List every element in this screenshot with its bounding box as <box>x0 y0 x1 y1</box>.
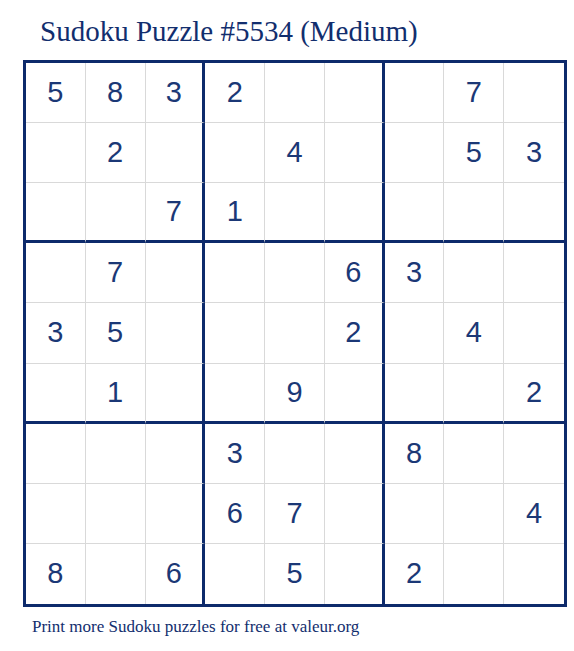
cell-r7c5[interactable] <box>265 424 325 484</box>
cell-r1c5[interactable] <box>265 63 325 123</box>
cell-r4c8[interactable] <box>444 243 504 303</box>
cell-r5c1[interactable]: 3 <box>26 303 86 363</box>
cell-r9c2[interactable] <box>86 544 146 604</box>
cell-r4c9[interactable] <box>504 243 564 303</box>
cell-r6c2[interactable]: 1 <box>86 364 146 424</box>
cell-r9c6[interactable] <box>325 544 385 604</box>
cell-r4c5[interactable] <box>265 243 325 303</box>
cell-r2c5[interactable]: 4 <box>265 123 325 183</box>
cell-r6c5[interactable]: 9 <box>265 364 325 424</box>
cell-r3c5[interactable] <box>265 183 325 243</box>
cell-r9c8[interactable] <box>444 544 504 604</box>
cell-r6c8[interactable] <box>444 364 504 424</box>
cell-r1c2[interactable]: 8 <box>86 63 146 123</box>
cell-r4c4[interactable] <box>205 243 265 303</box>
cell-r8c9[interactable]: 4 <box>504 484 564 544</box>
cell-r9c9[interactable] <box>504 544 564 604</box>
cell-r5c3[interactable] <box>146 303 206 363</box>
cell-r5c6[interactable]: 2 <box>325 303 385 363</box>
cell-r8c6[interactable] <box>325 484 385 544</box>
cell-r3c8[interactable] <box>444 183 504 243</box>
cell-r8c1[interactable] <box>26 484 86 544</box>
cell-r5c2[interactable]: 5 <box>86 303 146 363</box>
cell-r6c6[interactable] <box>325 364 385 424</box>
page-title: Sudoku Puzzle #5534 (Medium) <box>40 15 418 48</box>
cell-r2c1[interactable] <box>26 123 86 183</box>
cell-r7c2[interactable] <box>86 424 146 484</box>
cell-r4c1[interactable] <box>26 243 86 303</box>
cell-r9c3[interactable]: 6 <box>146 544 206 604</box>
cell-r5c5[interactable] <box>265 303 325 363</box>
cell-r6c4[interactable] <box>205 364 265 424</box>
cell-r2c8[interactable]: 5 <box>444 123 504 183</box>
cell-r1c8[interactable]: 7 <box>444 63 504 123</box>
cell-r9c4[interactable] <box>205 544 265 604</box>
cell-r8c3[interactable] <box>146 484 206 544</box>
sudoku-board: 583272453717633524192386748652 <box>23 60 567 607</box>
cell-r7c1[interactable] <box>26 424 86 484</box>
cell-r8c2[interactable] <box>86 484 146 544</box>
cell-r2c7[interactable] <box>385 123 445 183</box>
cell-r3c1[interactable] <box>26 183 86 243</box>
cell-r4c2[interactable]: 7 <box>86 243 146 303</box>
cell-r1c6[interactable] <box>325 63 385 123</box>
cell-r1c4[interactable]: 2 <box>205 63 265 123</box>
cell-r2c3[interactable] <box>146 123 206 183</box>
cell-r7c6[interactable] <box>325 424 385 484</box>
cell-r7c8[interactable] <box>444 424 504 484</box>
cell-r3c4[interactable]: 1 <box>205 183 265 243</box>
cell-r3c7[interactable] <box>385 183 445 243</box>
cell-r7c3[interactable] <box>146 424 206 484</box>
cell-r2c6[interactable] <box>325 123 385 183</box>
cell-r6c3[interactable] <box>146 364 206 424</box>
cell-r7c4[interactable]: 3 <box>205 424 265 484</box>
cell-r2c2[interactable]: 2 <box>86 123 146 183</box>
cell-r8c5[interactable]: 7 <box>265 484 325 544</box>
cell-r8c7[interactable] <box>385 484 445 544</box>
cell-r3c9[interactable] <box>504 183 564 243</box>
cell-r3c6[interactable] <box>325 183 385 243</box>
cell-r8c4[interactable]: 6 <box>205 484 265 544</box>
cell-r2c9[interactable]: 3 <box>504 123 564 183</box>
cell-r5c7[interactable] <box>385 303 445 363</box>
cell-r7c7[interactable]: 8 <box>385 424 445 484</box>
cell-r5c4[interactable] <box>205 303 265 363</box>
cell-r9c7[interactable]: 2 <box>385 544 445 604</box>
cell-r9c5[interactable]: 5 <box>265 544 325 604</box>
cell-r5c8[interactable]: 4 <box>444 303 504 363</box>
cell-r3c3[interactable]: 7 <box>146 183 206 243</box>
cell-r1c3[interactable]: 3 <box>146 63 206 123</box>
cell-r6c7[interactable] <box>385 364 445 424</box>
footer-credit: Print more Sudoku puzzles for free at va… <box>32 617 359 637</box>
cell-r6c1[interactable] <box>26 364 86 424</box>
cell-r8c8[interactable] <box>444 484 504 544</box>
cell-r7c9[interactable] <box>504 424 564 484</box>
cell-r4c6[interactable]: 6 <box>325 243 385 303</box>
cell-r1c1[interactable]: 5 <box>26 63 86 123</box>
cell-r1c9[interactable] <box>504 63 564 123</box>
cell-r1c7[interactable] <box>385 63 445 123</box>
cell-r3c2[interactable] <box>86 183 146 243</box>
cell-r4c3[interactable] <box>146 243 206 303</box>
cell-r5c9[interactable] <box>504 303 564 363</box>
cell-r9c1[interactable]: 8 <box>26 544 86 604</box>
cell-r2c4[interactable] <box>205 123 265 183</box>
cell-r4c7[interactable]: 3 <box>385 243 445 303</box>
cell-r6c9[interactable]: 2 <box>504 364 564 424</box>
